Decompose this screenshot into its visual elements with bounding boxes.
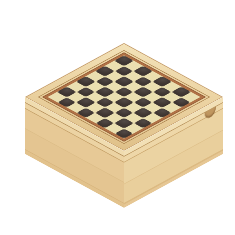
board-cell-e2 [95, 107, 114, 117]
board-cell-f3 [114, 107, 133, 117]
board-cell-g2 [114, 118, 133, 128]
board-cell-e4 [114, 97, 133, 107]
board-cell-e1 [86, 113, 105, 123]
product-photo-scene [0, 0, 235, 235]
board-cell-e3 [105, 102, 124, 112]
board-cell-f5 [134, 97, 153, 107]
board-cell-h7 [172, 97, 191, 107]
board-cell-c1 [67, 102, 86, 112]
board-cell-d3 [95, 97, 114, 107]
board-cell-h2 [124, 123, 143, 133]
board-cell-f4 [124, 102, 143, 112]
board-cell-f2 [105, 113, 124, 123]
board-cell-g5 [143, 102, 162, 112]
board-cell-c2 [76, 97, 95, 107]
board-cell-b1 [57, 97, 76, 107]
board-cell-h3 [134, 118, 153, 128]
board-cell-h4 [143, 113, 162, 123]
board-cell-h5 [153, 107, 172, 117]
slide-lid-finger-notch [205, 107, 216, 121]
board-cell-h1 [114, 128, 133, 138]
board-cell-f1 [95, 118, 114, 128]
board-cell-h6 [162, 102, 181, 112]
board-cell-g1 [105, 123, 124, 133]
board-cell-d2 [86, 102, 105, 112]
board-cell-d1 [76, 107, 95, 117]
board-cell-g6 [153, 97, 172, 107]
board-cell-g4 [134, 107, 153, 117]
wooden-game-box [25, 43, 223, 151]
board-cell-g3 [124, 113, 143, 123]
